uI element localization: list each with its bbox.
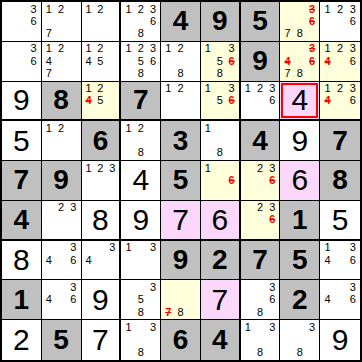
candidate-digit: 6 — [346, 294, 359, 306]
empty-candidate-slot — [43, 147, 55, 159]
candidate-digit: 3 — [67, 202, 79, 214]
candidate-digit: 8 — [214, 147, 226, 159]
empty-candidate-slot — [106, 187, 118, 199]
cell-r3c1[interactable]: 9 — [2, 82, 42, 122]
cell-r2c6[interactable]: 13568 — [201, 42, 241, 82]
empty-candidate-slot — [55, 242, 67, 254]
given-digit: 2 — [280, 280, 319, 319]
cell-r1c2[interactable]: 127 — [42, 2, 82, 42]
cell-r8c4[interactable]: 358 — [121, 280, 161, 320]
candidate-grid: 346 — [320, 280, 360, 319]
candidate-digit: 2 — [135, 43, 147, 55]
given-digit: 7 — [2, 161, 41, 200]
candidate-grid: 346 — [42, 280, 81, 319]
empty-candidate-slot — [122, 294, 134, 306]
empty-candidate-slot — [334, 106, 347, 118]
empty-candidate-slot — [174, 94, 186, 106]
cell-r6c8[interactable]: 1 — [280, 201, 320, 241]
candidate-digit: 1 — [202, 122, 214, 134]
candidate-digit: 8 — [174, 306, 186, 318]
empty-candidate-slot — [106, 43, 118, 55]
empty-candidate-slot — [55, 67, 67, 79]
empty-candidate-slot — [67, 122, 79, 134]
empty-candidate-slot — [55, 135, 67, 147]
candidate-digit: 1 — [122, 242, 134, 254]
candidate-digit: 1 — [43, 43, 55, 55]
empty-candidate-slot — [214, 135, 226, 147]
empty-candidate-slot — [135, 266, 147, 278]
eliminated-candidate: 6 — [226, 55, 238, 67]
candidate-digit: 3 — [266, 281, 278, 293]
candidate-digit: 4 — [43, 55, 55, 67]
candidate-digit: 1 — [83, 43, 95, 55]
empty-candidate-slot — [226, 122, 238, 134]
empty-candidate-slot — [83, 266, 95, 278]
empty-candidate-slot — [55, 55, 67, 67]
candidate-digit: 3 — [266, 321, 278, 334]
cell-r4c6[interactable]: 18 — [201, 121, 241, 161]
cell-r9c8[interactable]: 38 — [280, 320, 320, 360]
cell-r2c4[interactable]: 123568 — [121, 42, 161, 82]
empty-candidate-slot — [174, 55, 186, 67]
empty-candidate-slot — [306, 67, 318, 79]
empty-candidate-slot — [281, 321, 293, 334]
cell-r4c8[interactable]: 9 — [280, 121, 320, 161]
solved-digit: 4 — [121, 161, 160, 200]
cell-r1c5[interactable]: 4 — [161, 2, 201, 42]
candidate-grid: 236 — [241, 161, 280, 200]
empty-candidate-slot — [321, 67, 334, 79]
empty-candidate-slot — [202, 94, 214, 106]
candidate-digit: 3 — [106, 242, 118, 254]
empty-candidate-slot — [187, 106, 199, 118]
cell-r4c3[interactable]: 6 — [82, 121, 122, 161]
candidate-digit: 1 — [43, 3, 55, 15]
eliminated-candidate: 6 — [306, 15, 318, 27]
given-digit: 2 — [201, 241, 239, 280]
candidate-grid: 12346 — [320, 42, 360, 81]
candidate-grid: 128 — [161, 42, 200, 81]
solved-digit: 4 — [280, 82, 319, 120]
given-digit: 3 — [161, 121, 200, 160]
cell-r7c6[interactable]: 2 — [201, 241, 241, 281]
empty-candidate-slot — [122, 28, 134, 40]
cell-r3c9[interactable]: 12346 — [320, 82, 360, 122]
empty-candidate-slot — [266, 306, 278, 318]
solved-digit: 8 — [82, 201, 120, 239]
solved-digit: 6 — [280, 161, 319, 200]
cell-r6c5[interactable]: 7 — [161, 201, 201, 241]
given-digit: 5 — [280, 241, 319, 280]
empty-candidate-slot — [254, 214, 266, 226]
empty-candidate-slot — [106, 28, 118, 40]
empty-candidate-slot — [226, 67, 238, 79]
candidate-digit: 6 — [346, 254, 359, 266]
solved-digit: 2 — [2, 320, 41, 360]
eliminated-candidate: 7 — [162, 306, 174, 318]
empty-candidate-slot — [83, 67, 95, 79]
cell-r7c8[interactable]: 5 — [280, 241, 320, 281]
candidate-digit: 6 — [266, 294, 278, 306]
candidate-digit: 8 — [135, 346, 147, 359]
given-digit: 9 — [201, 2, 239, 41]
cell-r3c3[interactable]: 1245 — [82, 82, 122, 122]
empty-candidate-slot — [242, 106, 254, 118]
empty-candidate-slot — [202, 135, 214, 147]
candidate-digit: 1 — [202, 43, 214, 55]
cell-r8c2[interactable]: 346 — [42, 280, 82, 320]
empty-candidate-slot — [135, 334, 147, 347]
eliminated-candidate: 6 — [226, 94, 238, 106]
cell-r5c4[interactable]: 4 — [121, 161, 161, 201]
empty-candidate-slot — [226, 106, 238, 118]
candidate-grid: 123568 — [121, 42, 160, 81]
candidate-digit: 6 — [67, 254, 79, 266]
empty-candidate-slot — [122, 55, 134, 67]
cell-r6c3[interactable]: 8 — [82, 201, 122, 241]
cell-r9c9[interactable]: 9 — [320, 320, 360, 360]
empty-candidate-slot — [294, 15, 306, 27]
empty-candidate-slot — [28, 67, 40, 79]
candidate-digit: 2 — [254, 83, 266, 95]
cell-r1c1[interactable]: 36 — [2, 2, 42, 42]
empty-candidate-slot — [147, 147, 159, 159]
given-digit: 5 — [241, 2, 280, 41]
cell-r2c9[interactable]: 12346 — [320, 42, 360, 82]
eliminated-candidate: 6 — [306, 55, 318, 67]
empty-candidate-slot — [334, 266, 347, 278]
empty-candidate-slot — [83, 28, 95, 40]
cell-r7c5[interactable]: 9 — [161, 241, 201, 281]
empty-candidate-slot — [334, 28, 347, 40]
cell-r5c6[interactable]: 16 — [201, 161, 241, 201]
candidate-digit: 4 — [83, 254, 95, 266]
cell-r4c4[interactable]: 128 — [121, 121, 161, 161]
empty-candidate-slot — [306, 346, 318, 359]
candidate-digit: 3 — [226, 83, 238, 95]
given-digit: 5 — [161, 161, 200, 200]
candidate-digit: 2 — [174, 83, 186, 95]
empty-candidate-slot — [55, 147, 67, 159]
cell-r2c8[interactable]: 34678 — [280, 42, 320, 82]
empty-candidate-slot — [122, 266, 134, 278]
candidate-digit: 8 — [135, 67, 147, 79]
empty-candidate-slot — [135, 281, 147, 293]
given-digit: 4 — [201, 320, 239, 360]
empty-candidate-slot — [187, 294, 199, 306]
empty-candidate-slot — [94, 242, 106, 254]
empty-candidate-slot — [242, 294, 254, 306]
solved-digit: 7 — [201, 280, 239, 319]
candidate-digit: 3 — [147, 242, 159, 254]
solved-digit: 7 — [161, 201, 200, 239]
empty-candidate-slot — [266, 187, 278, 199]
eliminated-candidate: 6 — [226, 174, 238, 186]
empty-candidate-slot — [214, 106, 226, 118]
empty-candidate-slot — [106, 94, 118, 106]
empty-candidate-slot — [83, 15, 95, 27]
candidate-digit: 8 — [254, 346, 266, 359]
candidate-digit: 2 — [94, 162, 106, 174]
empty-candidate-slot — [226, 162, 238, 174]
empty-candidate-slot — [226, 187, 238, 199]
empty-candidate-slot — [147, 254, 159, 266]
empty-candidate-slot — [334, 67, 347, 79]
empty-candidate-slot — [55, 306, 67, 318]
cell-r1c9[interactable]: 1236 — [320, 2, 360, 42]
solved-digit: 9 — [82, 280, 120, 319]
cell-r4c9[interactable]: 7 — [320, 121, 360, 161]
candidate-digit: 2 — [55, 43, 67, 55]
candidate-digit: 7 — [43, 67, 55, 79]
cell-r9c7[interactable]: 138 — [241, 320, 281, 360]
cell-r6c9[interactable]: 5 — [320, 201, 360, 241]
candidate-digit: 6 — [266, 94, 278, 106]
cell-r1c4[interactable]: 12368 — [121, 2, 161, 42]
empty-candidate-slot — [122, 147, 134, 159]
candidate-grid: 34678 — [280, 42, 319, 81]
empty-candidate-slot — [334, 15, 347, 27]
candidate-digit: 1 — [321, 242, 334, 254]
empty-candidate-slot — [294, 55, 306, 67]
candidate-digit: 6 — [346, 55, 359, 67]
empty-candidate-slot — [3, 43, 15, 55]
candidate-digit: 5 — [94, 94, 106, 106]
eliminated-candidate: 3 — [306, 3, 318, 15]
empty-candidate-slot — [254, 106, 266, 118]
candidate-grid: 1245 — [82, 42, 120, 81]
empty-candidate-slot — [174, 294, 186, 306]
cell-r9c2[interactable]: 5 — [42, 320, 82, 360]
empty-candidate-slot — [242, 334, 254, 347]
cell-r7c4[interactable]: 13 — [121, 241, 161, 281]
empty-candidate-slot — [202, 174, 214, 186]
candidate-grid: 138 — [241, 320, 280, 360]
cell-r8c8[interactable]: 2 — [280, 280, 320, 320]
candidate-grid: 1236 — [320, 2, 360, 41]
candidate-digit: 4 — [321, 254, 334, 266]
candidate-digit: 5 — [214, 94, 226, 106]
empty-candidate-slot — [242, 346, 254, 359]
empty-candidate-slot — [254, 294, 266, 306]
candidate-digit: 4 — [43, 294, 55, 306]
cell-r2c1[interactable]: 36 — [2, 42, 42, 82]
cell-r9c6[interactable]: 4 — [201, 320, 241, 360]
candidate-digit: 2 — [94, 83, 106, 95]
empty-candidate-slot — [94, 15, 106, 27]
cell-r7c2[interactable]: 346 — [42, 241, 82, 281]
empty-candidate-slot — [346, 106, 359, 118]
cell-r4c1[interactable]: 5 — [2, 121, 42, 161]
cell-r8c5[interactable]: 78 — [161, 280, 201, 320]
empty-candidate-slot — [3, 15, 15, 27]
empty-candidate-slot — [162, 294, 174, 306]
empty-candidate-slot — [226, 135, 238, 147]
empty-candidate-slot — [55, 214, 67, 226]
cell-r1c6[interactable]: 9 — [201, 2, 241, 42]
empty-candidate-slot — [106, 106, 118, 118]
candidate-digit: 4 — [321, 294, 334, 306]
solved-digit: 9 — [280, 121, 319, 160]
cell-r5c7[interactable]: 236 — [241, 161, 281, 201]
cell-r2c5[interactable]: 128 — [161, 42, 201, 82]
empty-candidate-slot — [43, 242, 55, 254]
cell-r3c5[interactable]: 12 — [161, 82, 201, 122]
cell-r5c8[interactable]: 6 — [280, 161, 320, 201]
empty-candidate-slot — [242, 281, 254, 293]
empty-candidate-slot — [162, 94, 174, 106]
given-digit: 7 — [241, 241, 280, 280]
empty-candidate-slot — [43, 281, 55, 293]
empty-candidate-slot — [122, 254, 134, 266]
solved-digit: 9 — [2, 82, 41, 120]
cell-r2c2[interactable]: 1247 — [42, 42, 82, 82]
empty-candidate-slot — [67, 135, 79, 147]
candidate-grid: 13 — [121, 241, 160, 280]
cell-r1c3[interactable]: 12 — [82, 2, 122, 42]
cell-r4c5[interactable]: 3 — [161, 121, 201, 161]
cell-r1c8[interactable]: 3678 — [280, 2, 320, 42]
empty-candidate-slot — [266, 106, 278, 118]
solved-digit: 5 — [2, 121, 41, 160]
empty-candidate-slot — [83, 106, 95, 118]
empty-candidate-slot — [334, 94, 347, 106]
empty-candidate-slot — [122, 281, 134, 293]
cell-r3c8[interactable]: 4 — [280, 82, 320, 122]
empty-candidate-slot — [3, 55, 15, 67]
cell-r3c7[interactable]: 1236 — [241, 82, 281, 122]
cell-r4c2[interactable]: 12 — [42, 121, 82, 161]
eliminated-candidate: 6 — [266, 214, 278, 226]
empty-candidate-slot — [55, 281, 67, 293]
solved-digit: 9 — [320, 320, 360, 360]
cell-r7c3[interactable]: 34 — [82, 241, 122, 281]
cell-r5c5[interactable]: 5 — [161, 161, 201, 201]
candidate-digit: 7 — [43, 28, 55, 40]
cell-r5c1[interactable]: 7 — [2, 161, 42, 201]
cell-r5c9[interactable]: 8 — [320, 161, 360, 201]
empty-candidate-slot — [67, 306, 79, 318]
candidate-grid: 236 — [241, 201, 280, 239]
cell-r2c7[interactable]: 9 — [241, 42, 281, 82]
empty-candidate-slot — [94, 187, 106, 199]
cell-r4c7[interactable]: 4 — [241, 121, 281, 161]
empty-candidate-slot — [162, 281, 174, 293]
empty-candidate-slot — [321, 281, 334, 293]
cell-r3c6[interactable]: 1356 — [201, 82, 241, 122]
empty-candidate-slot — [242, 187, 254, 199]
empty-candidate-slot — [242, 214, 254, 226]
empty-candidate-slot — [147, 67, 159, 79]
candidate-digit: 5 — [135, 294, 147, 306]
empty-candidate-slot — [55, 15, 67, 27]
cell-r6c7[interactable]: 236 — [241, 201, 281, 241]
empty-candidate-slot — [334, 281, 347, 293]
cell-r8c6[interactable]: 7 — [201, 280, 241, 320]
empty-candidate-slot — [94, 67, 106, 79]
cell-r8c1[interactable]: 1 — [2, 280, 42, 320]
cell-r8c9[interactable]: 346 — [320, 280, 360, 320]
cell-r7c7[interactable]: 7 — [241, 241, 281, 281]
candidate-digit: 5 — [214, 55, 226, 67]
cell-r9c3[interactable]: 7 — [82, 320, 122, 360]
cell-r6c6[interactable]: 6 — [201, 201, 241, 241]
empty-candidate-slot — [55, 226, 67, 238]
empty-candidate-slot — [15, 67, 27, 79]
candidate-digit: 8 — [214, 67, 226, 79]
cell-r3c4[interactable]: 7 — [121, 82, 161, 122]
empty-candidate-slot — [174, 106, 186, 118]
empty-candidate-slot — [147, 294, 159, 306]
eliminated-candidate: 3 — [306, 43, 318, 55]
empty-candidate-slot — [346, 67, 359, 79]
candidate-digit: 8 — [294, 346, 306, 359]
empty-candidate-slot — [281, 15, 293, 27]
cell-r6c2[interactable]: 23 — [42, 201, 82, 241]
empty-candidate-slot — [281, 3, 293, 15]
cell-r6c1[interactable]: 4 — [2, 201, 42, 241]
cell-r2c3[interactable]: 1245 — [82, 42, 122, 82]
candidate-digit: 6 — [147, 15, 159, 27]
candidate-digit: 8 — [174, 67, 186, 79]
cell-r8c7[interactable]: 368 — [241, 280, 281, 320]
cell-r9c5[interactable]: 6 — [161, 320, 201, 360]
cell-r1c7[interactable]: 5 — [241, 2, 281, 42]
empty-candidate-slot — [135, 254, 147, 266]
candidate-digit: 8 — [135, 306, 147, 318]
empty-candidate-slot — [15, 3, 27, 15]
empty-candidate-slot — [67, 55, 79, 67]
empty-candidate-slot — [187, 55, 199, 67]
cell-r9c4[interactable]: 138 — [121, 320, 161, 360]
empty-candidate-slot — [106, 83, 118, 95]
empty-candidate-slot — [3, 67, 15, 79]
empty-candidate-slot — [214, 83, 226, 95]
cell-r3c2[interactable]: 8 — [42, 82, 82, 122]
empty-candidate-slot — [334, 242, 347, 254]
cell-r5c3[interactable]: 123 — [82, 161, 122, 201]
candidate-grid: 368 — [241, 280, 280, 319]
candidate-digit: 8 — [294, 67, 306, 79]
given-digit: 7 — [320, 121, 360, 160]
candidate-grid: 346 — [42, 241, 81, 280]
empty-candidate-slot — [346, 266, 359, 278]
candidate-digit: 2 — [334, 3, 347, 15]
candidate-digit: 3 — [266, 162, 278, 174]
empty-candidate-slot — [67, 266, 79, 278]
candidate-grid: 36 — [2, 2, 41, 41]
candidate-grid: 12346 — [320, 82, 360, 120]
cell-r6c4[interactable]: 9 — [121, 201, 161, 241]
cell-r5c2[interactable]: 9 — [42, 161, 82, 201]
cell-r7c9[interactable]: 1346 — [320, 241, 360, 281]
empty-candidate-slot — [174, 281, 186, 293]
candidate-grid: 38 — [280, 320, 319, 360]
cell-r8c3[interactable]: 9 — [82, 280, 122, 320]
candidate-digit: 4 — [83, 55, 95, 67]
empty-candidate-slot — [321, 306, 334, 318]
cell-r7c1[interactable]: 8 — [2, 241, 42, 281]
candidate-grid: 78 — [161, 280, 200, 319]
cell-r9c1[interactable]: 2 — [2, 320, 42, 360]
candidate-grid: 1236 — [241, 82, 280, 120]
given-digit: 7 — [121, 82, 160, 120]
empty-candidate-slot — [122, 346, 134, 359]
candidate-digit: 1 — [122, 43, 134, 55]
candidate-digit: 3 — [346, 281, 359, 293]
empty-candidate-slot — [162, 55, 174, 67]
empty-candidate-slot — [3, 3, 15, 15]
